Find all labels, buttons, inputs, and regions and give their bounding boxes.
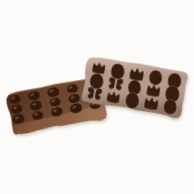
top-mold-cavities-egg [164,99,177,114]
top-mold-cavities-egg [90,73,104,89]
top-mold-cavities-egg [111,63,125,79]
top-mold-cavities-egg [149,70,162,85]
top-mold-cavities-egg [125,93,139,109]
top-mold-cavities-egg [128,80,141,95]
product-photo [0,0,194,194]
